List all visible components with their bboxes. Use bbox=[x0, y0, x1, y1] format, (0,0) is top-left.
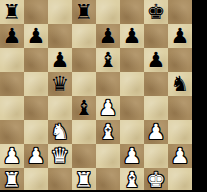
square-f1[interactable]: ♝ bbox=[120, 168, 144, 192]
piece-black-knight[interactable]: ♞ bbox=[171, 72, 190, 96]
square-f4[interactable] bbox=[120, 96, 144, 120]
chess-board: ♜♜♚♟♟♟♟♟♟♝♟♛♞♝♟♞♝♟♟♟♛♟♟♜♜♝♚ bbox=[0, 0, 207, 192]
square-f2[interactable]: ♟ bbox=[120, 144, 144, 168]
piece-black-pawn[interactable]: ♟ bbox=[51, 48, 70, 72]
square-g3[interactable]: ♟ bbox=[144, 120, 168, 144]
piece-black-pawn[interactable]: ♟ bbox=[171, 24, 190, 48]
square-c4[interactable] bbox=[48, 96, 72, 120]
square-f6[interactable] bbox=[120, 48, 144, 72]
piece-black-pawn[interactable]: ♟ bbox=[27, 24, 46, 48]
square-a4[interactable] bbox=[0, 96, 24, 120]
square-e5[interactable] bbox=[96, 72, 120, 96]
square-g8[interactable]: ♚ bbox=[144, 0, 168, 24]
square-e7[interactable]: ♟ bbox=[96, 24, 120, 48]
piece-black-queen[interactable]: ♛ bbox=[51, 72, 70, 96]
square-a1[interactable]: ♜ bbox=[0, 168, 24, 192]
square-d8[interactable]: ♜ bbox=[72, 0, 96, 24]
square-e8[interactable] bbox=[96, 0, 120, 24]
square-g2[interactable] bbox=[144, 144, 168, 168]
square-f3[interactable] bbox=[120, 120, 144, 144]
piece-black-pawn[interactable]: ♟ bbox=[123, 24, 142, 48]
square-c2[interactable]: ♛ bbox=[48, 144, 72, 168]
square-c7[interactable] bbox=[48, 24, 72, 48]
square-b5[interactable] bbox=[24, 72, 48, 96]
piece-black-pawn[interactable]: ♟ bbox=[147, 48, 166, 72]
square-b3[interactable] bbox=[24, 120, 48, 144]
piece-white-king[interactable]: ♚ bbox=[147, 168, 166, 192]
piece-white-queen[interactable]: ♛ bbox=[51, 144, 70, 168]
square-e6[interactable]: ♝ bbox=[96, 48, 120, 72]
square-h3[interactable] bbox=[168, 120, 192, 144]
square-e3[interactable]: ♝ bbox=[96, 120, 120, 144]
square-h5[interactable]: ♞ bbox=[168, 72, 192, 96]
square-h8[interactable] bbox=[168, 0, 192, 24]
square-b6[interactable] bbox=[24, 48, 48, 72]
square-c5[interactable]: ♛ bbox=[48, 72, 72, 96]
piece-black-bishop[interactable]: ♝ bbox=[99, 48, 118, 72]
piece-black-pawn[interactable]: ♟ bbox=[3, 24, 22, 48]
piece-black-pawn[interactable]: ♟ bbox=[99, 24, 118, 48]
piece-white-pawn[interactable]: ♟ bbox=[99, 96, 118, 120]
piece-white-knight[interactable]: ♞ bbox=[51, 120, 70, 144]
square-f7[interactable]: ♟ bbox=[120, 24, 144, 48]
square-b8[interactable] bbox=[24, 0, 48, 24]
square-d5[interactable] bbox=[72, 72, 96, 96]
square-d7[interactable] bbox=[72, 24, 96, 48]
square-d1[interactable]: ♜ bbox=[72, 168, 96, 192]
square-a8[interactable]: ♜ bbox=[0, 0, 24, 24]
piece-white-pawn[interactable]: ♟ bbox=[3, 144, 22, 168]
square-f8[interactable] bbox=[120, 0, 144, 24]
square-h2[interactable]: ♟ bbox=[168, 144, 192, 168]
piece-white-bishop[interactable]: ♝ bbox=[123, 168, 142, 192]
square-d4[interactable]: ♝ bbox=[72, 96, 96, 120]
board-bottom-border bbox=[0, 190, 192, 192]
square-h4[interactable] bbox=[168, 96, 192, 120]
square-b7[interactable]: ♟ bbox=[24, 24, 48, 48]
square-a3[interactable] bbox=[0, 120, 24, 144]
square-c8[interactable] bbox=[48, 0, 72, 24]
square-d6[interactable] bbox=[72, 48, 96, 72]
square-g4[interactable] bbox=[144, 96, 168, 120]
piece-white-pawn[interactable]: ♟ bbox=[147, 120, 166, 144]
piece-black-bishop[interactable]: ♝ bbox=[75, 96, 94, 120]
square-a5[interactable] bbox=[0, 72, 24, 96]
square-e2[interactable] bbox=[96, 144, 120, 168]
square-h6[interactable] bbox=[168, 48, 192, 72]
square-h1[interactable] bbox=[168, 168, 192, 192]
square-g6[interactable]: ♟ bbox=[144, 48, 168, 72]
piece-white-rook[interactable]: ♜ bbox=[3, 168, 22, 192]
square-g5[interactable] bbox=[144, 72, 168, 96]
square-c3[interactable]: ♞ bbox=[48, 120, 72, 144]
piece-black-king[interactable]: ♚ bbox=[147, 0, 166, 24]
square-d2[interactable] bbox=[72, 144, 96, 168]
square-h7[interactable]: ♟ bbox=[168, 24, 192, 48]
square-b2[interactable]: ♟ bbox=[24, 144, 48, 168]
square-a6[interactable] bbox=[0, 48, 24, 72]
piece-white-pawn[interactable]: ♟ bbox=[27, 144, 46, 168]
piece-black-rook[interactable]: ♜ bbox=[75, 0, 94, 24]
piece-white-pawn[interactable]: ♟ bbox=[123, 144, 142, 168]
square-a2[interactable]: ♟ bbox=[0, 144, 24, 168]
square-b4[interactable] bbox=[24, 96, 48, 120]
square-g7[interactable] bbox=[144, 24, 168, 48]
piece-white-rook[interactable]: ♜ bbox=[75, 168, 94, 192]
square-e1[interactable] bbox=[96, 168, 120, 192]
square-b1[interactable] bbox=[24, 168, 48, 192]
square-a7[interactable]: ♟ bbox=[0, 24, 24, 48]
square-c6[interactable]: ♟ bbox=[48, 48, 72, 72]
piece-white-pawn[interactable]: ♟ bbox=[171, 144, 190, 168]
piece-black-rook[interactable]: ♜ bbox=[3, 0, 22, 24]
square-e4[interactable]: ♟ bbox=[96, 96, 120, 120]
square-g1[interactable]: ♚ bbox=[144, 168, 168, 192]
board-grid: ♜♜♚♟♟♟♟♟♟♝♟♛♞♝♟♞♝♟♟♟♛♟♟♜♜♝♚ bbox=[0, 0, 192, 192]
square-c1[interactable] bbox=[48, 168, 72, 192]
square-d3[interactable] bbox=[72, 120, 96, 144]
piece-white-bishop[interactable]: ♝ bbox=[99, 120, 118, 144]
board-right-border bbox=[192, 0, 207, 192]
square-f5[interactable] bbox=[120, 72, 144, 96]
